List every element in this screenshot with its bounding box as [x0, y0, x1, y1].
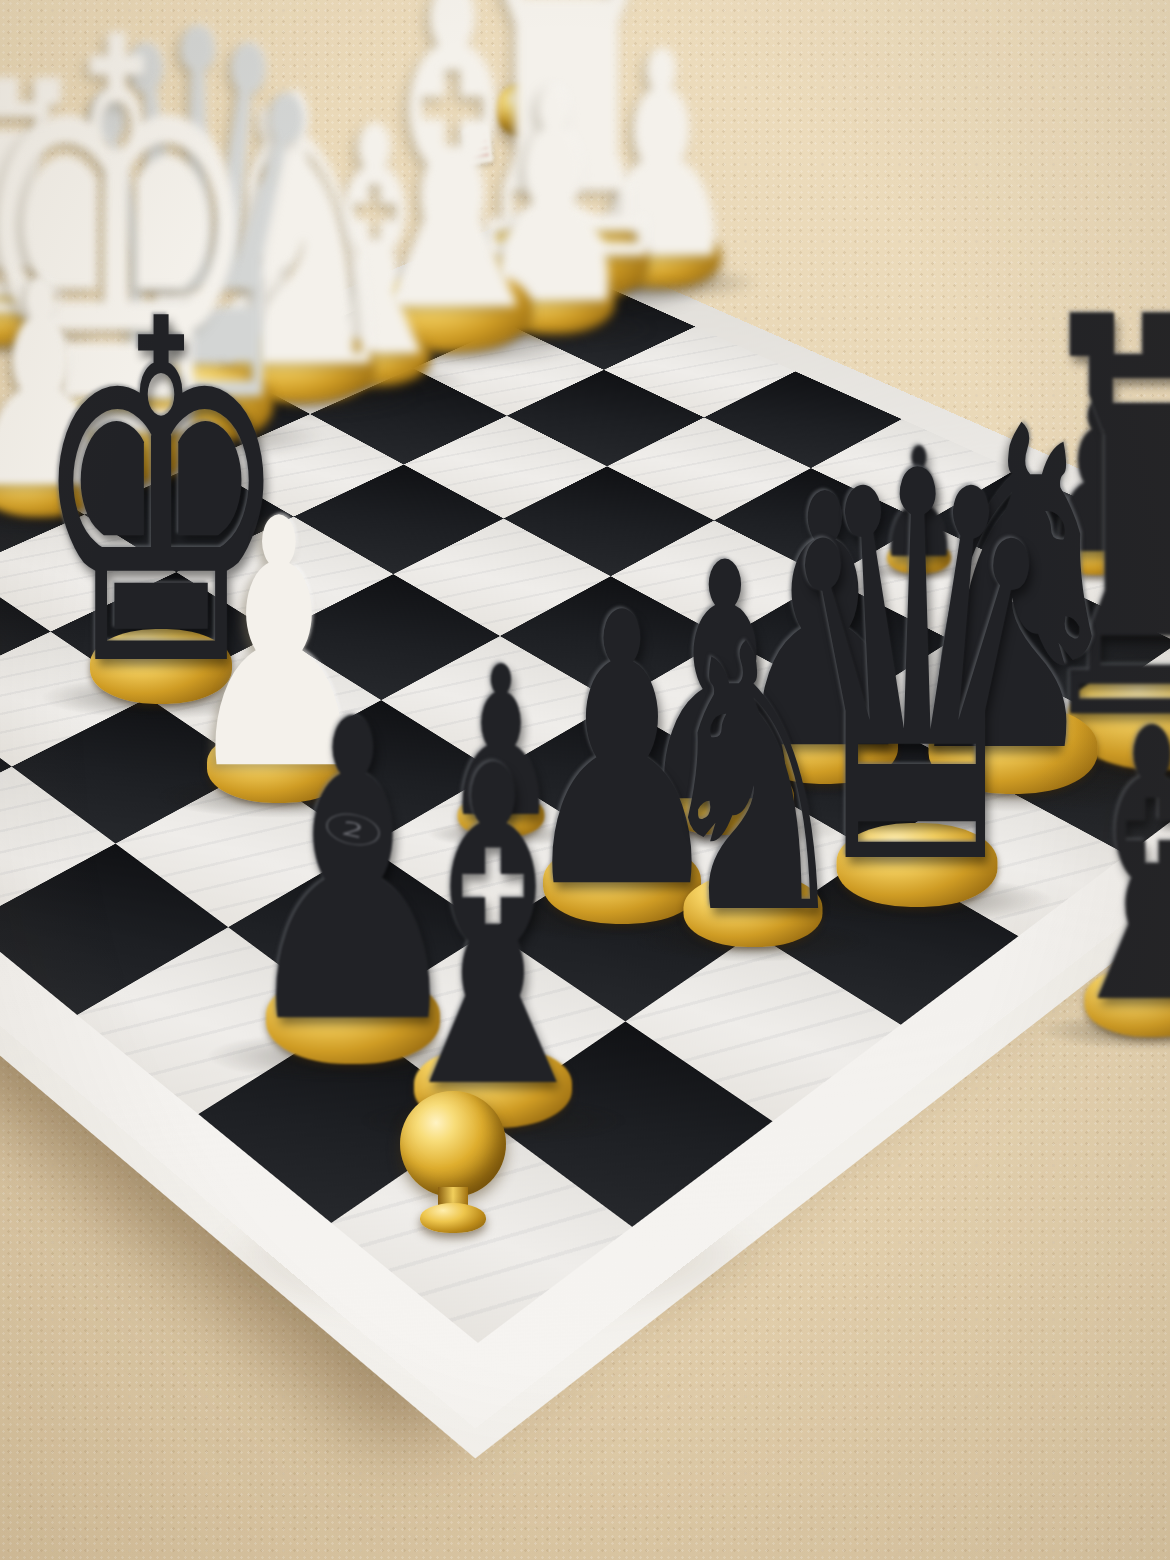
pieces-layer: ♟♜♟♜♝♝♟♞♟♛♚♟♟♟♚♜♟♞♟♟♟♛♟♞♝♟2♝ — [0, 0, 1170, 1560]
knight-glyph: ♞ — [651, 638, 855, 924]
bishop-glyph: ♝ — [371, 760, 615, 1102]
near-corner-gold-finial — [400, 1091, 506, 1197]
bishop-glyph: ♝ — [1048, 722, 1170, 1015]
scene: ♟♜♟♜♝♝♟♞♟♛♚♟♟♟♚♜♟♞♟♟♟♛♟♞♝♟2♝ — [0, 0, 1170, 1560]
